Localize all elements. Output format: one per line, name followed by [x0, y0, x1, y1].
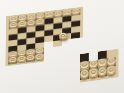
main-board-grid: ⛀⛀⛀⛀⛀⛀⛀⛀⛀⛀⛀⛀⛀⛀⛀⛀⛀⛀⛀⛀ — [8, 9, 80, 64]
checker-glyph: ⛀ — [99, 67, 106, 76]
board-square: ⛀ — [98, 68, 107, 78]
board-square: ⛀ — [17, 56, 26, 63]
checker-piece: ⛀ — [26, 55, 34, 61]
cut-away-gap — [71, 50, 80, 57]
loose-checker-piece: ⛀ — [59, 33, 67, 40]
checker-piece: ⛀ — [107, 66, 115, 75]
checker-glyph: ⛀ — [27, 55, 34, 61]
checker-glyph: ⛀ — [18, 56, 25, 62]
board-square: ⛀ — [107, 66, 116, 76]
checker-glyph: ⛀ — [90, 68, 97, 77]
checker-glyph: ⛀ — [46, 12, 53, 18]
corner-fragment-grid: ⛀⛀⛀⛀⛀⛀⛀⛀ — [80, 49, 116, 80]
checkers-set-photo: ⛀⛀⛀⛀⛀⛀⛀⛀⛀⛀⛀⛀⛀⛀⛀⛀⛀⛀⛀⛀ ⛀⛀⛀⛀⛀⛀⛀⛀ ⛀ — [0, 0, 124, 93]
board-square: ⛀ — [35, 54, 44, 61]
checker-glyph: ⛀ — [10, 22, 17, 28]
checker-glyph: ⛀ — [36, 54, 43, 60]
checker-glyph: ⛀ — [19, 21, 26, 27]
cut-away-gap — [44, 53, 53, 60]
cut-away-gap — [62, 45, 71, 52]
board-square: ⛀ — [8, 57, 17, 64]
main-checkers-board: ⛀⛀⛀⛀⛀⛀⛀⛀⛀⛀⛀⛀⛀⛀⛀⛀⛀⛀⛀⛀ — [5, 6, 83, 66]
checker-glyph: ⛀ — [81, 70, 88, 79]
cut-away-gap — [71, 38, 80, 45]
cut-away-gap — [44, 41, 53, 48]
checker-piece: ⛀ — [89, 68, 97, 77]
checker-glyph: ⛀ — [64, 10, 71, 16]
cut-away-gap — [62, 51, 71, 58]
board-square: ⛀ — [80, 70, 89, 80]
cut-away-gap — [53, 46, 62, 53]
checker-glyph: ⛀ — [37, 19, 44, 25]
cut-away-gap — [44, 47, 53, 54]
checker-glyph: ⛀ — [55, 11, 62, 17]
detached-corner-section: ⛀⛀⛀⛀⛀⛀⛀⛀ — [80, 49, 119, 83]
board-square: ⛀ — [89, 69, 98, 79]
checker-piece: ⛀ — [8, 57, 16, 63]
checker-glyph: ⛀ — [60, 33, 67, 39]
checker-glyph: ⛀ — [73, 9, 80, 15]
checker-piece: ⛀ — [59, 33, 67, 40]
cut-away-gap — [62, 39, 71, 46]
checker-piece: ⛀ — [98, 67, 106, 76]
checker-glyph: ⛀ — [108, 66, 115, 75]
checker-piece: ⛀ — [80, 69, 88, 78]
checker-glyph: ⛀ — [28, 20, 35, 26]
cut-away-gap — [89, 51, 98, 61]
board-square: ⛀ — [26, 55, 35, 62]
checker-piece: ⛀ — [17, 56, 25, 62]
checker-piece: ⛀ — [35, 53, 43, 59]
checker-glyph: ⛀ — [9, 57, 16, 63]
cut-away-gap — [53, 52, 62, 59]
cut-away-gap — [71, 44, 80, 51]
